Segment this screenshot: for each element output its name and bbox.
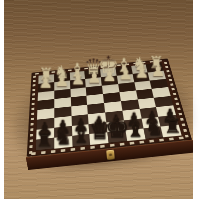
product-photo: ♜♞♝♛♚♝♞♜♟♟♟♟♟♟♟♟♟♟♟♟♟♟♟♟♜♞♝♛♚♝♞♜ — [0, 0, 200, 200]
table-surface: ♜♞♝♛♚♝♞♜♟♟♟♟♟♟♟♟♟♟♟♟♟♟♟♟♜♞♝♛♚♝♞♜ — [4, 0, 193, 199]
square-r1c6[interactable]: ♟ — [132, 72, 150, 82]
square-r2c1[interactable] — [54, 89, 70, 99]
piece-white-pawn: ♟ — [134, 64, 149, 80]
square-r7c6[interactable]: ♞ — [143, 127, 163, 139]
square-r7c1[interactable]: ♞ — [54, 136, 72, 149]
piece-black-bishop: ♝ — [126, 118, 146, 140]
piece-white-pawn: ♟ — [119, 66, 134, 82]
scene: ♜♞♝♛♚♝♞♜♟♟♟♟♟♟♟♟♟♟♟♟♟♟♟♟♜♞♝♛♚♝♞♜ — [4, 0, 193, 199]
square-r3c3[interactable] — [87, 94, 104, 105]
piece-white-pawn: ♟ — [55, 73, 70, 89]
square-r3c0[interactable] — [37, 99, 54, 110]
piece-white-pawn: ♟ — [150, 63, 165, 79]
piece-black-knight: ♞ — [54, 126, 73, 147]
square-r1c4[interactable]: ♟ — [101, 76, 118, 86]
square-r7c5[interactable]: ♝ — [125, 129, 145, 142]
square-r7c0[interactable]: ♜ — [36, 138, 54, 151]
piece-black-rook: ♜ — [36, 129, 54, 149]
piece-black-knight: ♞ — [145, 117, 164, 138]
piece-white-pawn: ♟ — [103, 68, 118, 84]
piece-white-pawn: ♟ — [71, 71, 86, 87]
piece-black-rook: ♜ — [164, 116, 182, 136]
piece-white-pawn: ♟ — [87, 70, 102, 86]
piece-white-pawn: ♟ — [39, 75, 54, 91]
brass-clasp-icon — [106, 150, 115, 160]
board-grid: ♜♞♝♛♚♝♞♜♟♟♟♟♟♟♟♟♟♟♟♟♟♟♟♟♜♞♝♛♚♝♞♜ — [36, 63, 182, 151]
square-r3c2[interactable] — [70, 96, 87, 107]
square-r7c4[interactable]: ♚ — [107, 130, 126, 143]
square-r3c7[interactable] — [152, 87, 171, 98]
chess-board: ♜♞♝♛♚♝♞♜♟♟♟♟♟♟♟♟♟♟♟♟♟♟♟♟♜♞♝♛♚♝♞♜ — [27, 59, 192, 158]
square-r7c7[interactable]: ♜ — [161, 125, 182, 137]
